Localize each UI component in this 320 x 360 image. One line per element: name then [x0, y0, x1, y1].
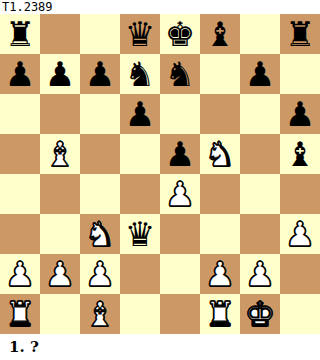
black-queen: ♛: [120, 14, 160, 54]
white-bishop: ♝: [40, 134, 80, 174]
square-a2[interactable]: ♟: [0, 254, 40, 294]
square-d3[interactable]: ♛: [120, 214, 160, 254]
square-d8[interactable]: ♛: [120, 14, 160, 54]
square-a3[interactable]: [0, 214, 40, 254]
square-h7[interactable]: [280, 54, 320, 94]
white-pawn: ♟: [280, 214, 320, 254]
square-d7[interactable]: ♞: [120, 54, 160, 94]
square-h1[interactable]: [280, 294, 320, 334]
square-f1[interactable]: ♜: [200, 294, 240, 334]
square-c1[interactable]: ♝: [80, 294, 120, 334]
white-rook: ♜: [0, 294, 40, 334]
move-prompt-label: 1. ?: [0, 334, 320, 360]
square-b3[interactable]: [40, 214, 80, 254]
square-b8[interactable]: [40, 14, 80, 54]
black-pawn: ♟: [160, 134, 200, 174]
black-knight: ♞: [120, 54, 160, 94]
square-b5[interactable]: ♝: [40, 134, 80, 174]
square-f6[interactable]: [200, 94, 240, 134]
square-e5[interactable]: ♟: [160, 134, 200, 174]
square-d1[interactable]: [120, 294, 160, 334]
white-pawn: ♟: [80, 254, 120, 294]
square-h8[interactable]: ♜: [280, 14, 320, 54]
white-knight: ♞: [200, 134, 240, 174]
square-a4[interactable]: [0, 174, 40, 214]
square-a7[interactable]: ♟: [0, 54, 40, 94]
square-g2[interactable]: ♟: [240, 254, 280, 294]
square-b4[interactable]: [40, 174, 80, 214]
square-g6[interactable]: [240, 94, 280, 134]
square-b1[interactable]: [40, 294, 80, 334]
square-d5[interactable]: [120, 134, 160, 174]
square-a5[interactable]: [0, 134, 40, 174]
square-g4[interactable]: [240, 174, 280, 214]
square-g8[interactable]: [240, 14, 280, 54]
black-king: ♚: [160, 14, 200, 54]
black-knight: ♞: [160, 54, 200, 94]
square-f3[interactable]: [200, 214, 240, 254]
black-bishop: ♝: [200, 14, 240, 54]
white-pawn: ♟: [200, 254, 240, 294]
black-rook: ♜: [0, 14, 40, 54]
white-rook: ♜: [200, 294, 240, 334]
white-bishop: ♝: [80, 294, 120, 334]
white-pawn: ♟: [40, 254, 80, 294]
square-f4[interactable]: [200, 174, 240, 214]
square-h2[interactable]: [280, 254, 320, 294]
square-c2[interactable]: ♟: [80, 254, 120, 294]
white-pawn: ♟: [240, 254, 280, 294]
black-pawn: ♟: [120, 94, 160, 134]
square-h3[interactable]: ♟: [280, 214, 320, 254]
square-e4[interactable]: ♟: [160, 174, 200, 214]
white-knight: ♞: [80, 214, 120, 254]
black-queen: ♛: [120, 214, 160, 254]
chess-board: ♜♛♚♝♜♟♟♟♞♞♟♟♟♝♟♞♝♟♞♛♟♟♟♟♟♟♜♝♜♚: [0, 14, 320, 334]
square-e3[interactable]: [160, 214, 200, 254]
square-c4[interactable]: [80, 174, 120, 214]
square-d2[interactable]: [120, 254, 160, 294]
black-pawn: ♟: [0, 54, 40, 94]
square-e1[interactable]: [160, 294, 200, 334]
square-h5[interactable]: ♝: [280, 134, 320, 174]
square-g5[interactable]: [240, 134, 280, 174]
square-g7[interactable]: ♟: [240, 54, 280, 94]
square-f8[interactable]: ♝: [200, 14, 240, 54]
square-c8[interactable]: [80, 14, 120, 54]
black-pawn: ♟: [40, 54, 80, 94]
square-e6[interactable]: [160, 94, 200, 134]
square-a8[interactable]: ♜: [0, 14, 40, 54]
square-h6[interactable]: ♟: [280, 94, 320, 134]
square-b7[interactable]: ♟: [40, 54, 80, 94]
square-f7[interactable]: [200, 54, 240, 94]
square-d6[interactable]: ♟: [120, 94, 160, 134]
square-b6[interactable]: [40, 94, 80, 134]
chess-puzzle-window: T1.2389 ♜♛♚♝♜♟♟♟♞♞♟♟♟♝♟♞♝♟♞♛♟♟♟♟♟♟♜♝♜♚ 1…: [0, 0, 320, 360]
square-a1[interactable]: ♜: [0, 294, 40, 334]
square-e7[interactable]: ♞: [160, 54, 200, 94]
puzzle-id-label: T1.2389: [0, 0, 320, 14]
white-pawn: ♟: [0, 254, 40, 294]
square-h4[interactable]: [280, 174, 320, 214]
square-c7[interactable]: ♟: [80, 54, 120, 94]
black-pawn: ♟: [280, 94, 320, 134]
black-pawn: ♟: [80, 54, 120, 94]
square-f5[interactable]: ♞: [200, 134, 240, 174]
square-e2[interactable]: [160, 254, 200, 294]
square-c3[interactable]: ♞: [80, 214, 120, 254]
square-g1[interactable]: ♚: [240, 294, 280, 334]
black-bishop: ♝: [280, 134, 320, 174]
white-king: ♚: [240, 294, 280, 334]
square-d4[interactable]: [120, 174, 160, 214]
square-c6[interactable]: [80, 94, 120, 134]
square-a6[interactable]: [0, 94, 40, 134]
square-c5[interactable]: [80, 134, 120, 174]
square-f2[interactable]: ♟: [200, 254, 240, 294]
black-pawn: ♟: [240, 54, 280, 94]
white-pawn: ♟: [160, 174, 200, 214]
square-g3[interactable]: [240, 214, 280, 254]
black-rook: ♜: [280, 14, 320, 54]
square-b2[interactable]: ♟: [40, 254, 80, 294]
square-e8[interactable]: ♚: [160, 14, 200, 54]
